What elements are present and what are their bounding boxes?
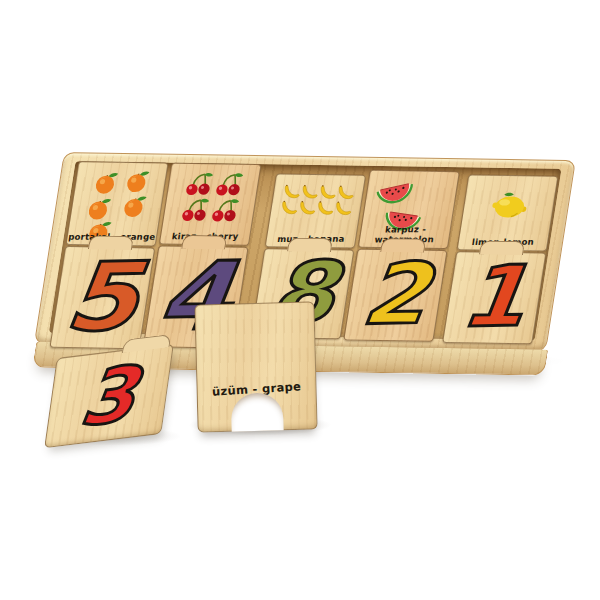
banana-icon xyxy=(279,200,298,215)
lemon-icons xyxy=(460,178,557,235)
puzzle-tab xyxy=(479,241,525,256)
banana-icon xyxy=(297,201,316,216)
fruit-tile-orange[interactable]: portakal - orange xyxy=(65,161,168,246)
banana-icon xyxy=(318,185,337,200)
cherry-icon xyxy=(212,171,244,197)
number-tile-2[interactable]: 2 xyxy=(343,249,447,342)
product-photo-scene: portakal - orange5 kiraz - cherry4 xyxy=(0,0,600,600)
banana-icon xyxy=(300,185,319,200)
number-glyph: 2 xyxy=(341,249,449,341)
banana-icons xyxy=(268,177,364,232)
loose-number-glyph: 3 xyxy=(42,346,176,447)
orange-icons xyxy=(69,165,167,230)
puzzle-tab xyxy=(181,235,227,250)
number-tile-5[interactable]: 5 xyxy=(49,246,155,349)
cherry-icon xyxy=(208,197,240,223)
fruit-tile-cherry[interactable]: kiraz - cherry xyxy=(159,163,262,246)
puzzle-tab xyxy=(88,235,134,250)
banana-icon xyxy=(333,201,352,216)
fruit-tile-watermelon[interactable]: karpuz - watermelon xyxy=(358,170,460,249)
puzzle-tab xyxy=(287,238,333,253)
puzzle-notch xyxy=(231,392,284,431)
number-glyph: 5 xyxy=(48,247,157,349)
cherry-icons xyxy=(162,167,260,230)
loose-number-tile-3[interactable]: 3 xyxy=(44,344,174,449)
orange-icon xyxy=(120,194,150,218)
cherry-icon xyxy=(178,197,210,223)
banana-icon xyxy=(282,184,301,199)
orange-icon xyxy=(84,196,114,220)
lemon-icon xyxy=(486,190,531,221)
watermelon-icon xyxy=(376,179,414,209)
grape-fruit-icons xyxy=(195,302,313,325)
orange-icon xyxy=(123,169,153,193)
number-glyph: 1 xyxy=(440,252,548,344)
banana-icon xyxy=(336,185,355,200)
puzzle-tab xyxy=(380,238,426,253)
banana-icon xyxy=(315,201,334,216)
number-tile-1[interactable]: 1 xyxy=(442,251,546,344)
orange-icon xyxy=(91,170,121,194)
loose-fruit-tile-grape[interactable]: üzüm - grape xyxy=(194,301,317,432)
cherry-icon xyxy=(182,171,214,197)
